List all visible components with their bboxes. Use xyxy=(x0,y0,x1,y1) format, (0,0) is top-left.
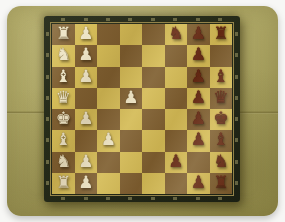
black-king[interactable]: ♚ xyxy=(213,110,228,127)
black-pawn[interactable]: ♟ xyxy=(191,89,206,106)
black-bishop[interactable]: ♝ xyxy=(213,68,228,85)
square-g6[interactable]: ♟ xyxy=(165,152,188,173)
black-pawn[interactable]: ♟ xyxy=(191,174,206,191)
square-d6[interactable] xyxy=(165,88,188,109)
square-b4[interactable] xyxy=(120,45,143,66)
black-knight[interactable]: ♞ xyxy=(168,25,183,42)
square-c5[interactable] xyxy=(142,67,165,88)
square-b2[interactable]: ♟ xyxy=(75,45,98,66)
square-c7[interactable]: ♟ xyxy=(187,67,210,88)
white-rook[interactable]: ♜ xyxy=(56,25,71,42)
white-king[interactable]: ♚ xyxy=(56,110,71,127)
white-pawn[interactable]: ♟ xyxy=(78,46,93,63)
square-f4[interactable] xyxy=(120,130,143,151)
white-pawn[interactable]: ♟ xyxy=(101,131,116,148)
black-pawn[interactable]: ♟ xyxy=(191,25,206,42)
square-a6[interactable]: ♞ xyxy=(165,24,188,45)
white-knight[interactable]: ♞ xyxy=(56,46,71,63)
square-d4[interactable]: ♟ xyxy=(120,88,143,109)
square-d1[interactable]: ♛ xyxy=(52,88,75,109)
black-knight[interactable]: ♞ xyxy=(213,153,228,170)
square-e3[interactable] xyxy=(97,109,120,130)
white-pawn[interactable]: ♟ xyxy=(78,25,93,42)
square-f7[interactable]: ♟ xyxy=(187,130,210,151)
square-g1[interactable]: ♞ xyxy=(52,152,75,173)
square-e4[interactable] xyxy=(120,109,143,130)
white-bishop[interactable]: ♝ xyxy=(56,68,71,85)
square-c2[interactable]: ♟ xyxy=(75,67,98,88)
square-d8[interactable]: ♛ xyxy=(210,88,233,109)
square-a2[interactable]: ♟ xyxy=(75,24,98,45)
square-d3[interactable] xyxy=(97,88,120,109)
border-tick-marks-bottom xyxy=(52,197,232,200)
square-g4[interactable] xyxy=(120,152,143,173)
square-b6[interactable] xyxy=(165,45,188,66)
black-rook[interactable]: ♜ xyxy=(213,174,228,191)
square-f1[interactable]: ♝ xyxy=(52,130,75,151)
white-pawn[interactable]: ♟ xyxy=(78,153,93,170)
square-g5[interactable] xyxy=(142,152,165,173)
white-pawn[interactable]: ♟ xyxy=(78,174,93,191)
chess-board: ♜♟♞♟♜♞♟♟♝♟♟♝♛♟♟♛♚♟♟♚♝♟♟♝♞♟♟♞♜♟♟♜ xyxy=(44,16,240,202)
square-e2[interactable]: ♟ xyxy=(75,109,98,130)
square-a7[interactable]: ♟ xyxy=(187,24,210,45)
black-pawn[interactable]: ♟ xyxy=(191,110,206,127)
square-c6[interactable] xyxy=(165,67,188,88)
black-pawn[interactable]: ♟ xyxy=(191,68,206,85)
square-g3[interactable] xyxy=(97,152,120,173)
white-queen[interactable]: ♛ xyxy=(56,89,71,106)
square-b1[interactable]: ♞ xyxy=(52,45,75,66)
border-tick-marks-top xyxy=(52,18,232,21)
black-pawn[interactable]: ♟ xyxy=(191,46,206,63)
square-e5[interactable] xyxy=(142,109,165,130)
square-g7[interactable] xyxy=(187,152,210,173)
square-h2[interactable]: ♟ xyxy=(75,173,98,194)
square-h3[interactable] xyxy=(97,173,120,194)
border-tick-marks-left xyxy=(46,24,49,194)
square-g2[interactable]: ♟ xyxy=(75,152,98,173)
square-c3[interactable] xyxy=(97,67,120,88)
square-b8[interactable] xyxy=(210,45,233,66)
black-pawn[interactable]: ♟ xyxy=(168,153,183,170)
board-grid: ♜♟♞♟♜♞♟♟♝♟♟♝♛♟♟♛♚♟♟♚♝♟♟♝♞♟♟♞♜♟♟♜ xyxy=(52,24,232,194)
square-f5[interactable] xyxy=(142,130,165,151)
black-queen[interactable]: ♛ xyxy=(213,89,228,106)
white-pawn[interactable]: ♟ xyxy=(123,89,138,106)
square-a5[interactable] xyxy=(142,24,165,45)
square-d2[interactable] xyxy=(75,88,98,109)
square-b5[interactable] xyxy=(142,45,165,66)
white-pawn[interactable]: ♟ xyxy=(78,110,93,127)
square-d5[interactable] xyxy=(142,88,165,109)
square-a8[interactable]: ♜ xyxy=(210,24,233,45)
square-h6[interactable] xyxy=(165,173,188,194)
square-f6[interactable] xyxy=(165,130,188,151)
square-g8[interactable]: ♞ xyxy=(210,152,233,173)
white-pawn[interactable]: ♟ xyxy=(78,68,93,85)
square-e6[interactable] xyxy=(165,109,188,130)
square-e7[interactable]: ♟ xyxy=(187,109,210,130)
square-f2[interactable] xyxy=(75,130,98,151)
white-bishop[interactable]: ♝ xyxy=(56,131,71,148)
square-h5[interactable] xyxy=(142,173,165,194)
square-b3[interactable] xyxy=(97,45,120,66)
screenshot-stage: ♜♟♞♟♜♞♟♟♝♟♟♝♛♟♟♛♚♟♟♚♝♟♟♝♞♟♟♞♜♟♟♜ xyxy=(0,0,285,222)
square-f3[interactable]: ♟ xyxy=(97,130,120,151)
square-h1[interactable]: ♜ xyxy=(52,173,75,194)
square-a4[interactable] xyxy=(120,24,143,45)
square-c8[interactable]: ♝ xyxy=(210,67,233,88)
white-knight[interactable]: ♞ xyxy=(56,153,71,170)
white-rook[interactable]: ♜ xyxy=(56,174,71,191)
square-a3[interactable] xyxy=(97,24,120,45)
square-e8[interactable]: ♚ xyxy=(210,109,233,130)
square-a1[interactable]: ♜ xyxy=(52,24,75,45)
black-pawn[interactable]: ♟ xyxy=(191,131,206,148)
square-c4[interactable] xyxy=(120,67,143,88)
square-h4[interactable] xyxy=(120,173,143,194)
square-h7[interactable]: ♟ xyxy=(187,173,210,194)
black-bishop[interactable]: ♝ xyxy=(213,131,228,148)
border-tick-marks-right xyxy=(235,24,238,194)
square-e1[interactable]: ♚ xyxy=(52,109,75,130)
square-b7[interactable]: ♟ xyxy=(187,45,210,66)
square-c1[interactable]: ♝ xyxy=(52,67,75,88)
black-rook[interactable]: ♜ xyxy=(213,25,228,42)
square-d7[interactable]: ♟ xyxy=(187,88,210,109)
square-f8[interactable]: ♝ xyxy=(210,130,233,151)
square-h8[interactable]: ♜ xyxy=(210,173,233,194)
